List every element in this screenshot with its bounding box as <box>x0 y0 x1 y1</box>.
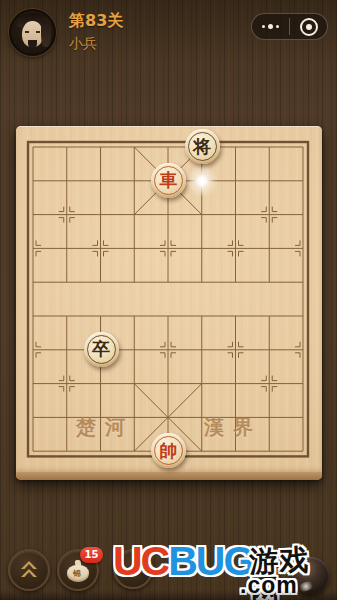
river-label-left: 楚河 <box>76 414 134 441</box>
wechat-capsule <box>251 13 328 40</box>
piece-black-soldier[interactable]: 卒 <box>84 332 119 367</box>
exit-circle-icon <box>300 18 318 36</box>
watermark-dotcom: .com <box>240 574 298 597</box>
exit-mini-program-button[interactable] <box>290 14 327 39</box>
piece-black-general[interactable]: 将 <box>185 129 220 164</box>
avatar-eyes <box>25 31 40 33</box>
hint-bag-button[interactable]: 锦 15 <box>57 549 99 591</box>
piece-red-general[interactable]: 帥 <box>151 433 186 468</box>
piece-glyph: 車 <box>160 171 178 189</box>
game-screen: 第83关 小兵 楚河 漢界 将車卒帥 锦 15 UCBUG 游戏网 <box>0 0 337 600</box>
money-bag-icon: 锦 <box>66 560 90 582</box>
avatar-goatee <box>28 40 37 48</box>
chevron-up-icon <box>21 561 37 577</box>
river-label-right: 漢界 <box>204 414 262 441</box>
piece-glyph: 卒 <box>92 340 110 358</box>
xiangqi-board[interactable]: 楚河 漢界 将車卒帥 <box>16 126 322 480</box>
prop-button[interactable] <box>113 549 153 589</box>
avatar-hair-side <box>41 17 51 47</box>
header-texts: 第83关 小兵 <box>69 13 123 50</box>
hint-count-badge: 15 <box>80 547 103 563</box>
piece-glyph: 帥 <box>160 442 178 460</box>
prop-icon <box>129 559 137 579</box>
more-menu-button[interactable] <box>252 14 289 39</box>
collapse-button[interactable] <box>8 549 50 591</box>
board-bevel <box>16 471 322 480</box>
piece-red-chariot[interactable]: 車 <box>151 163 186 198</box>
dark-stone-button[interactable] <box>292 557 329 594</box>
player-avatar[interactable] <box>9 9 56 56</box>
more-dots-icon <box>262 24 279 29</box>
piece-glyph: 将 <box>193 138 211 156</box>
rank-label: 小兵 <box>69 36 123 50</box>
level-label: 第83关 <box>69 13 123 29</box>
